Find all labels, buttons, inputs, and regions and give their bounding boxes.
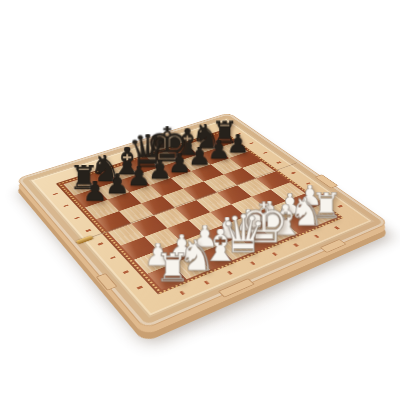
piece-white-pawn: ♟ [297,186,322,208]
square-e4 [196,193,230,212]
square-d4 [175,200,210,220]
piece-black-king: ♚ [146,126,189,164]
product-photo-scene: ♜♞♝♛♚♝♞♜♟♟♟♟♟♟♟♟♟♟♟♟♟♟♟♟♜♞♝♛♚♝♞♜ [0,0,400,400]
hinge-pin [76,236,94,245]
